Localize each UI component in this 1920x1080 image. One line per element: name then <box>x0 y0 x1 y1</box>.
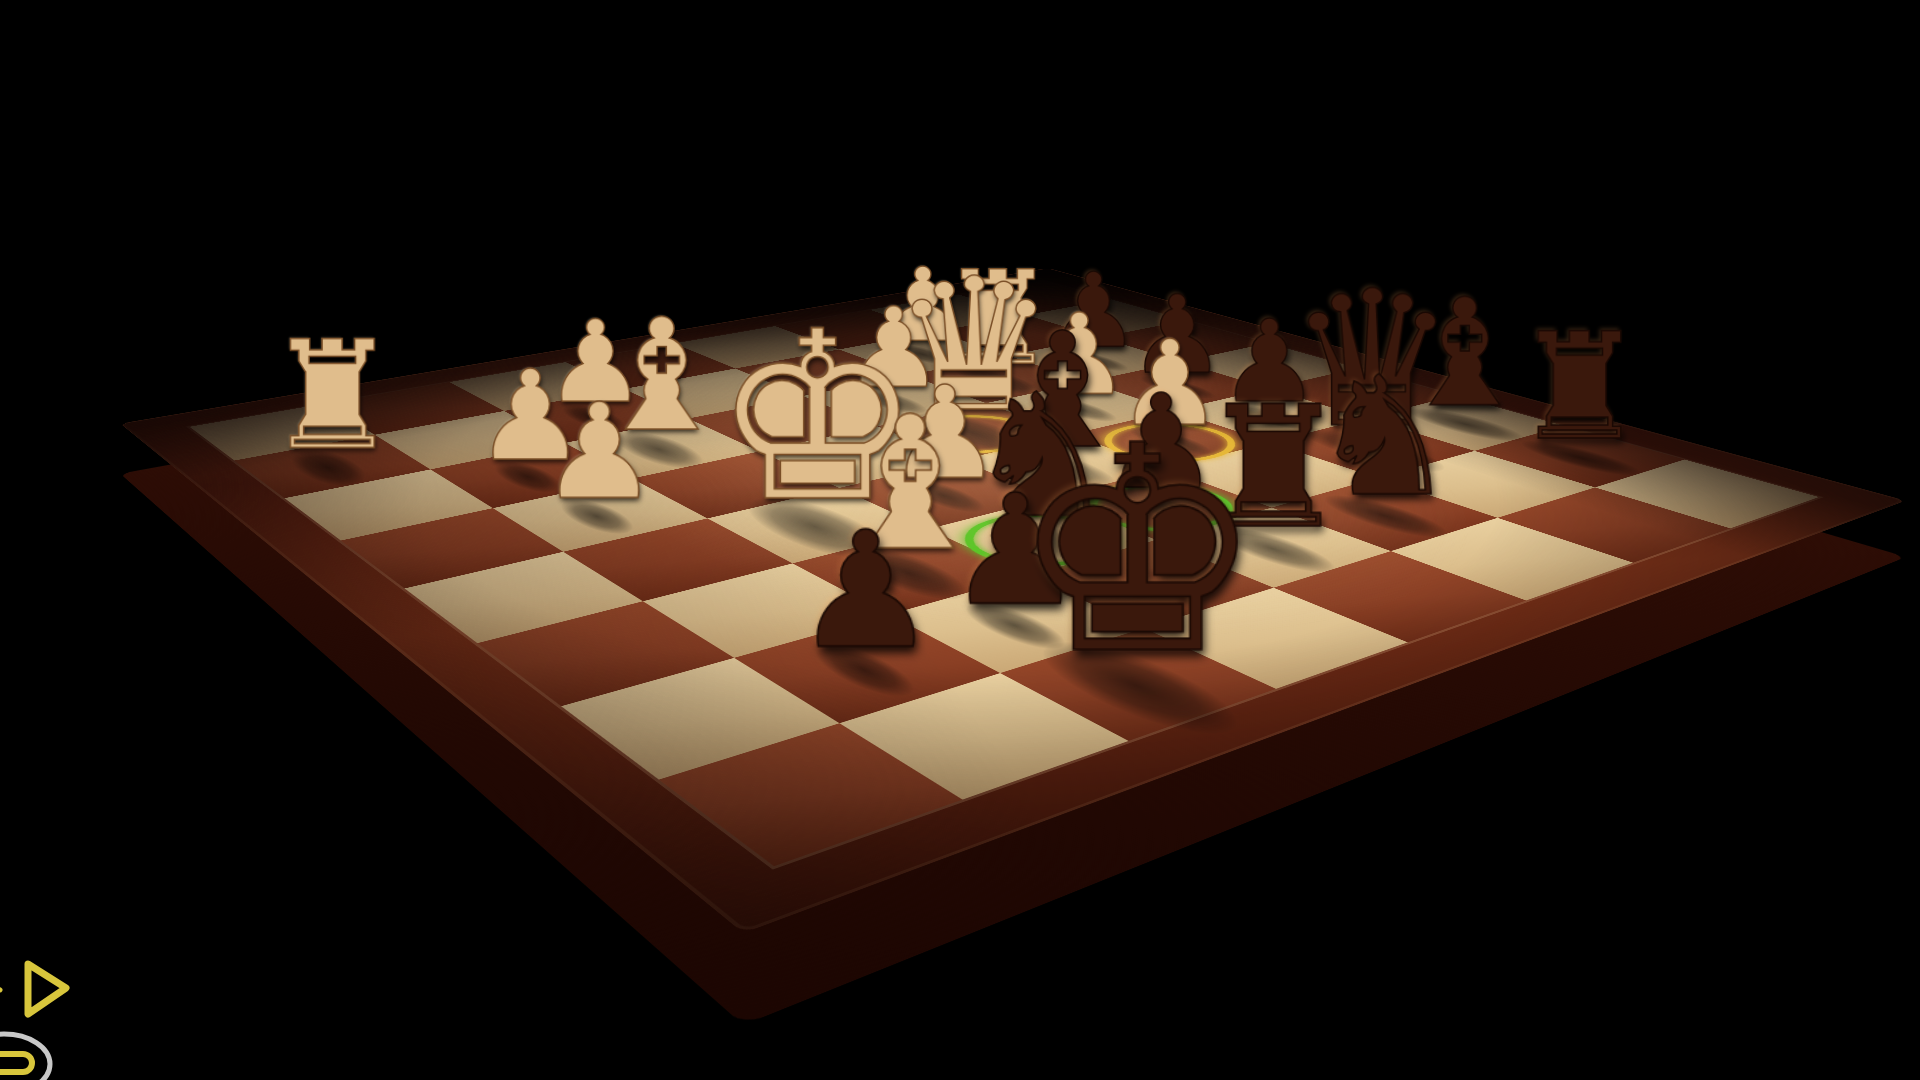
piece-white-rook-g1[interactable]: ♜ <box>265 328 399 465</box>
piece-black-king-a3[interactable]: ♚ <box>1009 419 1264 681</box>
chess-board: ♜♟♟♝♟♝♚♟♛♟♟♜♟♟♜♝♛♟♟♟♞♜♟♝♞♚♟♟ <box>121 268 1906 933</box>
mouse-wheel-icon <box>0 1054 32 1072</box>
play-triangle-icon <box>28 964 66 1014</box>
piece-white-pawn-e2[interactable]: ♟ <box>540 392 658 513</box>
scene: ♜♟♟♝♟♝♚♟♛♟♟♜♟♟♜♝♛♟♟♟♞♜♟♝♞♚♟♟ <box>0 0 1920 1080</box>
piece-black-pawn-b2[interactable]: ♟ <box>794 517 938 665</box>
app-logo <box>0 936 180 1080</box>
